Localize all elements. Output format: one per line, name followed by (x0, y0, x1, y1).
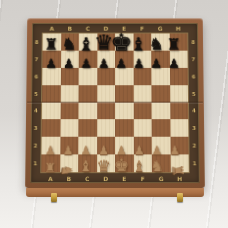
piece-black-king-e8[interactable]: ♚ (110, 30, 132, 54)
piece-white-pawn-b2[interactable]: ♟ (63, 144, 74, 156)
piece-black-bishop-c8[interactable]: ♝ (78, 35, 95, 53)
piece-white-rook-a1[interactable]: ♜ (44, 161, 56, 174)
piece-white-king-e1[interactable]: ♚ (114, 158, 129, 175)
piece-black-pawn-a7[interactable]: ♟ (45, 57, 57, 69)
piece-white-bishop-c1[interactable]: ♝ (79, 159, 92, 174)
photo-scene: ABCDEFGH ABCDEFGH 87654321 87654321 ♜♞♝♛… (0, 0, 228, 228)
piece-white-bishop-f1[interactable]: ♝ (132, 159, 145, 174)
piece-white-pawn-a2[interactable]: ♟ (45, 144, 56, 156)
piece-white-pawn-c2[interactable]: ♟ (81, 144, 92, 156)
piece-black-knight-g8[interactable]: ♞ (149, 37, 164, 53)
piece-black-knight-b8[interactable]: ♞ (61, 37, 76, 53)
chess-board: ABCDEFGH ABCDEFGH 87654321 87654321 ♜♞♝♛… (25, 18, 205, 188)
piece-black-pawn-d7[interactable]: ♟ (98, 57, 109, 69)
piece-black-rook-a8[interactable]: ♜ (44, 37, 58, 52)
piece-black-pawn-b7[interactable]: ♟ (63, 57, 75, 69)
piece-white-pawn-h2[interactable]: ♟ (169, 144, 180, 156)
piece-white-pawn-e2[interactable]: ♟ (116, 144, 127, 156)
piece-white-pawn-g2[interactable]: ♟ (152, 144, 163, 156)
piece-white-knight-g1[interactable]: ♞ (150, 159, 163, 174)
pieces-layer: ♜♞♝♛♚♝♞♜♟♟♟♟♟♟♟♟♟♟♟♟♟♟♟♟♜♞♝♛♚♝♞♜ (25, 18, 205, 188)
brass-hinge-right (177, 193, 183, 202)
piece-white-knight-b1[interactable]: ♞ (60, 164, 75, 178)
piece-black-pawn-e7[interactable]: ♟ (116, 57, 127, 69)
piece-black-pawn-c7[interactable]: ♟ (80, 57, 91, 69)
piece-white-queen-d1[interactable]: ♛ (96, 159, 110, 175)
brass-hinge-left (51, 193, 57, 202)
folding-chess-box: ABCDEFGH ABCDEFGH 87654321 87654321 ♜♞♝♛… (25, 18, 205, 197)
piece-black-rook-h8[interactable]: ♜ (167, 37, 181, 52)
piece-black-pawn-g7[interactable]: ♟ (151, 57, 163, 69)
piece-black-pawn-h7[interactable]: ♟ (168, 57, 180, 69)
piece-white-pawn-f2[interactable]: ♟ (134, 144, 145, 156)
piece-white-rook-h1[interactable]: ♜ (171, 164, 186, 178)
piece-black-pawn-f7[interactable]: ♟ (133, 57, 144, 69)
piece-white-pawn-d2[interactable]: ♟ (98, 144, 109, 156)
piece-black-bishop-f8[interactable]: ♝ (130, 35, 147, 53)
